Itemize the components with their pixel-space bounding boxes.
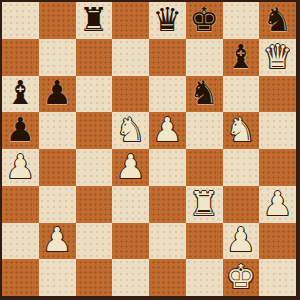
square-c2[interactable] [76,223,113,260]
square-h4[interactable] [259,149,296,186]
square-f4[interactable] [186,149,223,186]
square-d3[interactable] [112,186,149,223]
square-e4[interactable] [149,149,186,186]
square-e3[interactable] [149,186,186,223]
square-b5[interactable] [39,112,76,149]
square-g8[interactable] [223,2,260,39]
white-knight[interactable]: ♞ [116,113,146,146]
square-b2[interactable]: ♟ [39,223,76,260]
black-knight[interactable]: ♞ [263,3,293,36]
black-knight[interactable]: ♞ [189,76,219,109]
square-h6[interactable] [259,76,296,113]
black-rook[interactable]: ♜ [79,3,109,36]
square-d8[interactable] [112,2,149,39]
square-d4[interactable]: ♟ [112,149,149,186]
white-pawn[interactable]: ♟ [153,113,183,146]
square-c8[interactable]: ♜ [76,2,113,39]
square-d1[interactable] [112,259,149,296]
square-h7[interactable]: ♛ [259,39,296,76]
square-a1[interactable] [2,259,39,296]
square-c4[interactable] [76,149,113,186]
black-bishop[interactable]: ♝ [226,40,256,73]
square-e5[interactable]: ♟ [149,112,186,149]
white-pawn[interactable]: ♟ [116,150,146,183]
white-rook[interactable]: ♜ [189,187,219,220]
square-a6[interactable]: ♝ [2,76,39,113]
square-b1[interactable] [39,259,76,296]
square-e1[interactable] [149,259,186,296]
square-h5[interactable] [259,112,296,149]
chess-board-container: ♜♛♚♞♝♛♝♟♞♟♞♟♞♟♟♜♟♟♟♚ [0,0,300,300]
square-a3[interactable] [2,186,39,223]
white-queen[interactable]: ♛ [263,40,293,73]
square-e8[interactable]: ♛ [149,2,186,39]
square-g7[interactable]: ♝ [223,39,260,76]
square-b6[interactable]: ♟ [39,76,76,113]
square-d2[interactable] [112,223,149,260]
square-h2[interactable] [259,223,296,260]
white-pawn[interactable]: ♟ [226,223,256,256]
square-d6[interactable] [112,76,149,113]
square-b8[interactable] [39,2,76,39]
square-g1[interactable]: ♚ [223,259,260,296]
square-g3[interactable] [223,186,260,223]
square-g4[interactable] [223,149,260,186]
square-h3[interactable]: ♟ [259,186,296,223]
white-pawn[interactable]: ♟ [6,150,36,183]
square-f7[interactable] [186,39,223,76]
chess-board: ♜♛♚♞♝♛♝♟♞♟♞♟♞♟♟♜♟♟♟♚ [0,0,300,300]
square-g6[interactable] [223,76,260,113]
square-e7[interactable] [149,39,186,76]
square-g5[interactable]: ♞ [223,112,260,149]
square-h1[interactable] [259,259,296,296]
square-f3[interactable]: ♜ [186,186,223,223]
square-h8[interactable]: ♞ [259,2,296,39]
square-f6[interactable]: ♞ [186,76,223,113]
square-c7[interactable] [76,39,113,76]
white-knight[interactable]: ♞ [226,113,256,146]
black-king[interactable]: ♚ [189,3,219,36]
square-d5[interactable]: ♞ [112,112,149,149]
square-g2[interactable]: ♟ [223,223,260,260]
square-f2[interactable] [186,223,223,260]
square-a2[interactable] [2,223,39,260]
square-c3[interactable] [76,186,113,223]
black-pawn[interactable]: ♟ [6,113,36,146]
square-a8[interactable] [2,2,39,39]
square-c5[interactable] [76,112,113,149]
square-a4[interactable]: ♟ [2,149,39,186]
square-a5[interactable]: ♟ [2,112,39,149]
square-b4[interactable] [39,149,76,186]
square-b3[interactable] [39,186,76,223]
square-f1[interactable] [186,259,223,296]
square-a7[interactable] [2,39,39,76]
square-e2[interactable] [149,223,186,260]
square-d7[interactable] [112,39,149,76]
square-c6[interactable] [76,76,113,113]
square-f5[interactable] [186,112,223,149]
black-queen[interactable]: ♛ [153,3,183,36]
white-king[interactable]: ♚ [226,260,256,293]
square-e6[interactable] [149,76,186,113]
square-c1[interactable] [76,259,113,296]
black-bishop[interactable]: ♝ [6,76,36,109]
square-b7[interactable] [39,39,76,76]
white-pawn[interactable]: ♟ [42,223,72,256]
black-pawn[interactable]: ♟ [42,76,72,109]
square-f8[interactable]: ♚ [186,2,223,39]
white-pawn[interactable]: ♟ [263,187,293,220]
